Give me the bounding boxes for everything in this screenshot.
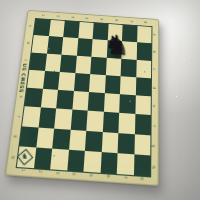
square-d5 [73, 73, 90, 92]
square-h6 [136, 59, 151, 78]
dust-speck [73, 123, 74, 124]
square-d1 [67, 149, 85, 171]
dust-speck [130, 101, 131, 102]
square-g1 [117, 153, 134, 175]
square-h3 [134, 114, 150, 135]
square-c3 [54, 109, 72, 130]
square-f3 [102, 112, 119, 133]
square-b8 [48, 20, 64, 37]
square-c1 [50, 148, 68, 170]
square-d8 [78, 22, 94, 39]
square-d4 [72, 91, 89, 111]
square-f2 [101, 131, 118, 152]
chessboard: 12345678 12345678 abcdefgh abcdefgh US C… [5, 10, 159, 186]
square-g3 [118, 113, 135, 134]
square-c7 [62, 37, 78, 55]
dust-speck [106, 168, 107, 169]
square-h5 [135, 77, 151, 96]
square-c5 [58, 72, 75, 91]
dust-speck [54, 155, 55, 156]
square-h1 [133, 154, 150, 176]
square-d3 [70, 110, 87, 131]
dust-speck [48, 48, 49, 49]
dust-speck [93, 43, 94, 44]
square-h2 [134, 134, 151, 155]
square-d2 [69, 129, 87, 150]
square-e5 [89, 74, 105, 93]
square-e3 [86, 111, 103, 132]
square-d6 [75, 55, 91, 74]
board-grid [16, 18, 153, 177]
square-f5 [104, 75, 120, 94]
logo-knight-icon: ♞ [21, 153, 29, 161]
table-speck [184, 60, 185, 61]
square-h8 [137, 26, 152, 43]
square-c8 [63, 21, 79, 38]
square-e2 [85, 130, 102, 151]
square-g4 [119, 94, 135, 114]
dust-speck [134, 152, 135, 153]
square-g2 [118, 133, 135, 154]
square-g5 [120, 76, 136, 95]
dust-speck [144, 71, 145, 72]
square-f4 [103, 93, 119, 113]
square-e4 [88, 92, 105, 112]
square-c2 [52, 128, 70, 149]
square-d7 [76, 38, 92, 56]
table-speck [176, 96, 177, 97]
square-c4 [56, 90, 73, 110]
board-perspective-wrapper: 12345678 12345678 abcdefgh abcdefgh US C… [11, 0, 165, 181]
dust-speck [54, 71, 55, 72]
square-h7 [136, 42, 151, 60]
square-f1 [100, 152, 117, 174]
square-c6 [60, 54, 77, 73]
square-h4 [135, 95, 151, 115]
photo-of-chessboard-on-table: 12345678 12345678 abcdefgh abcdefgh US C… [0, 0, 200, 200]
square-e1 [83, 151, 101, 173]
black-knight: ♞ [103, 31, 130, 59]
